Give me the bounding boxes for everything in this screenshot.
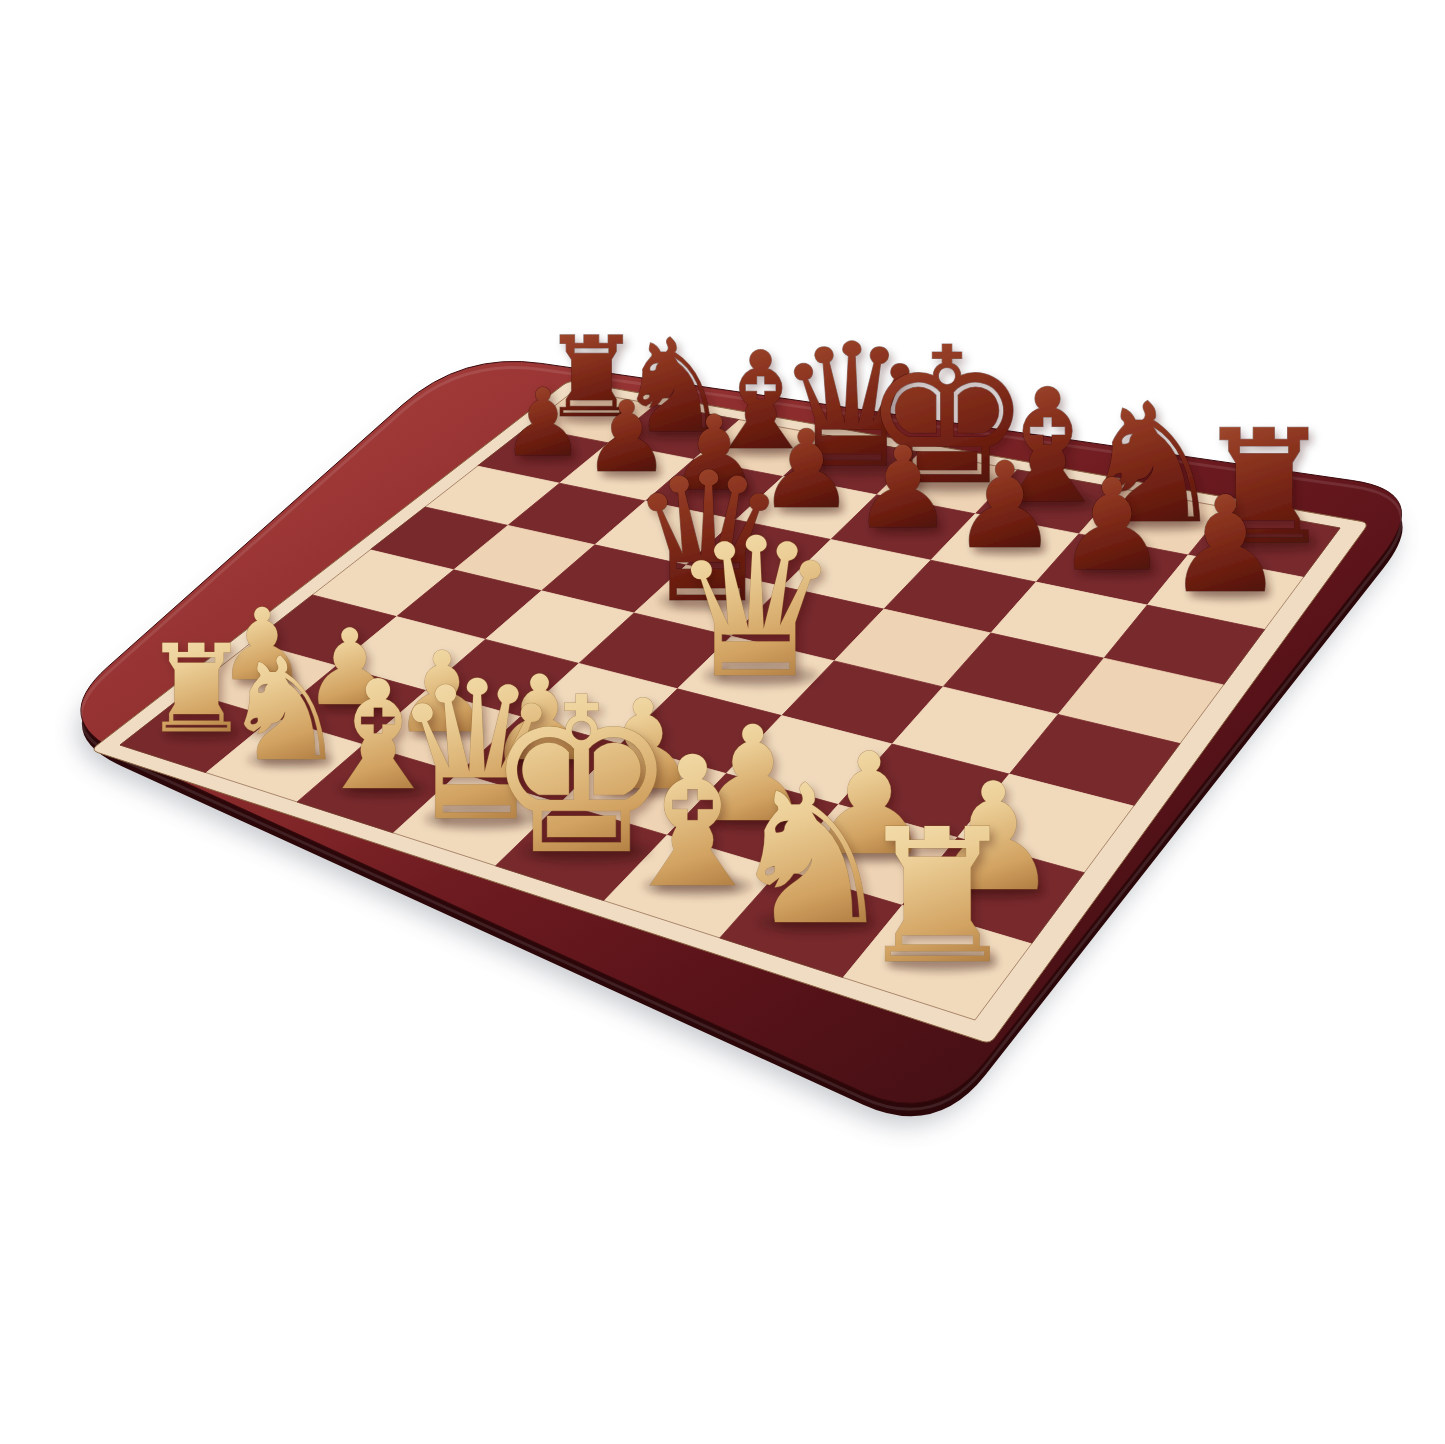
piece-black-pawn-h7[interactable]: ♟ (1166, 468, 1285, 622)
piece-black-pawn-f7[interactable]: ♟ (951, 437, 1058, 575)
piece-black-pawn-g7[interactable]: ♟ (1056, 452, 1169, 599)
piece-white-rook-h1[interactable]: ♜ (854, 789, 1020, 1005)
board-scene: ♜♞♝♟♛♟♚♟♝♟♞♟♜♟♟♟♛♛♟♟♟♜♞♟♝♟♛♟♚♟♝♟♞♜ (0, 0, 1445, 1444)
chessboard-photo: ♜♞♝♟♛♟♚♟♝♟♞♟♜♟♟♟♛♛♟♟♟♜♞♟♝♟♛♟♚♟♝♟♞♜ Woode… (0, 0, 1445, 1444)
piece-black-pawn-a7[interactable]: ♟ (501, 369, 584, 477)
piece-black-pawn-e7[interactable]: ♟ (852, 422, 953, 554)
